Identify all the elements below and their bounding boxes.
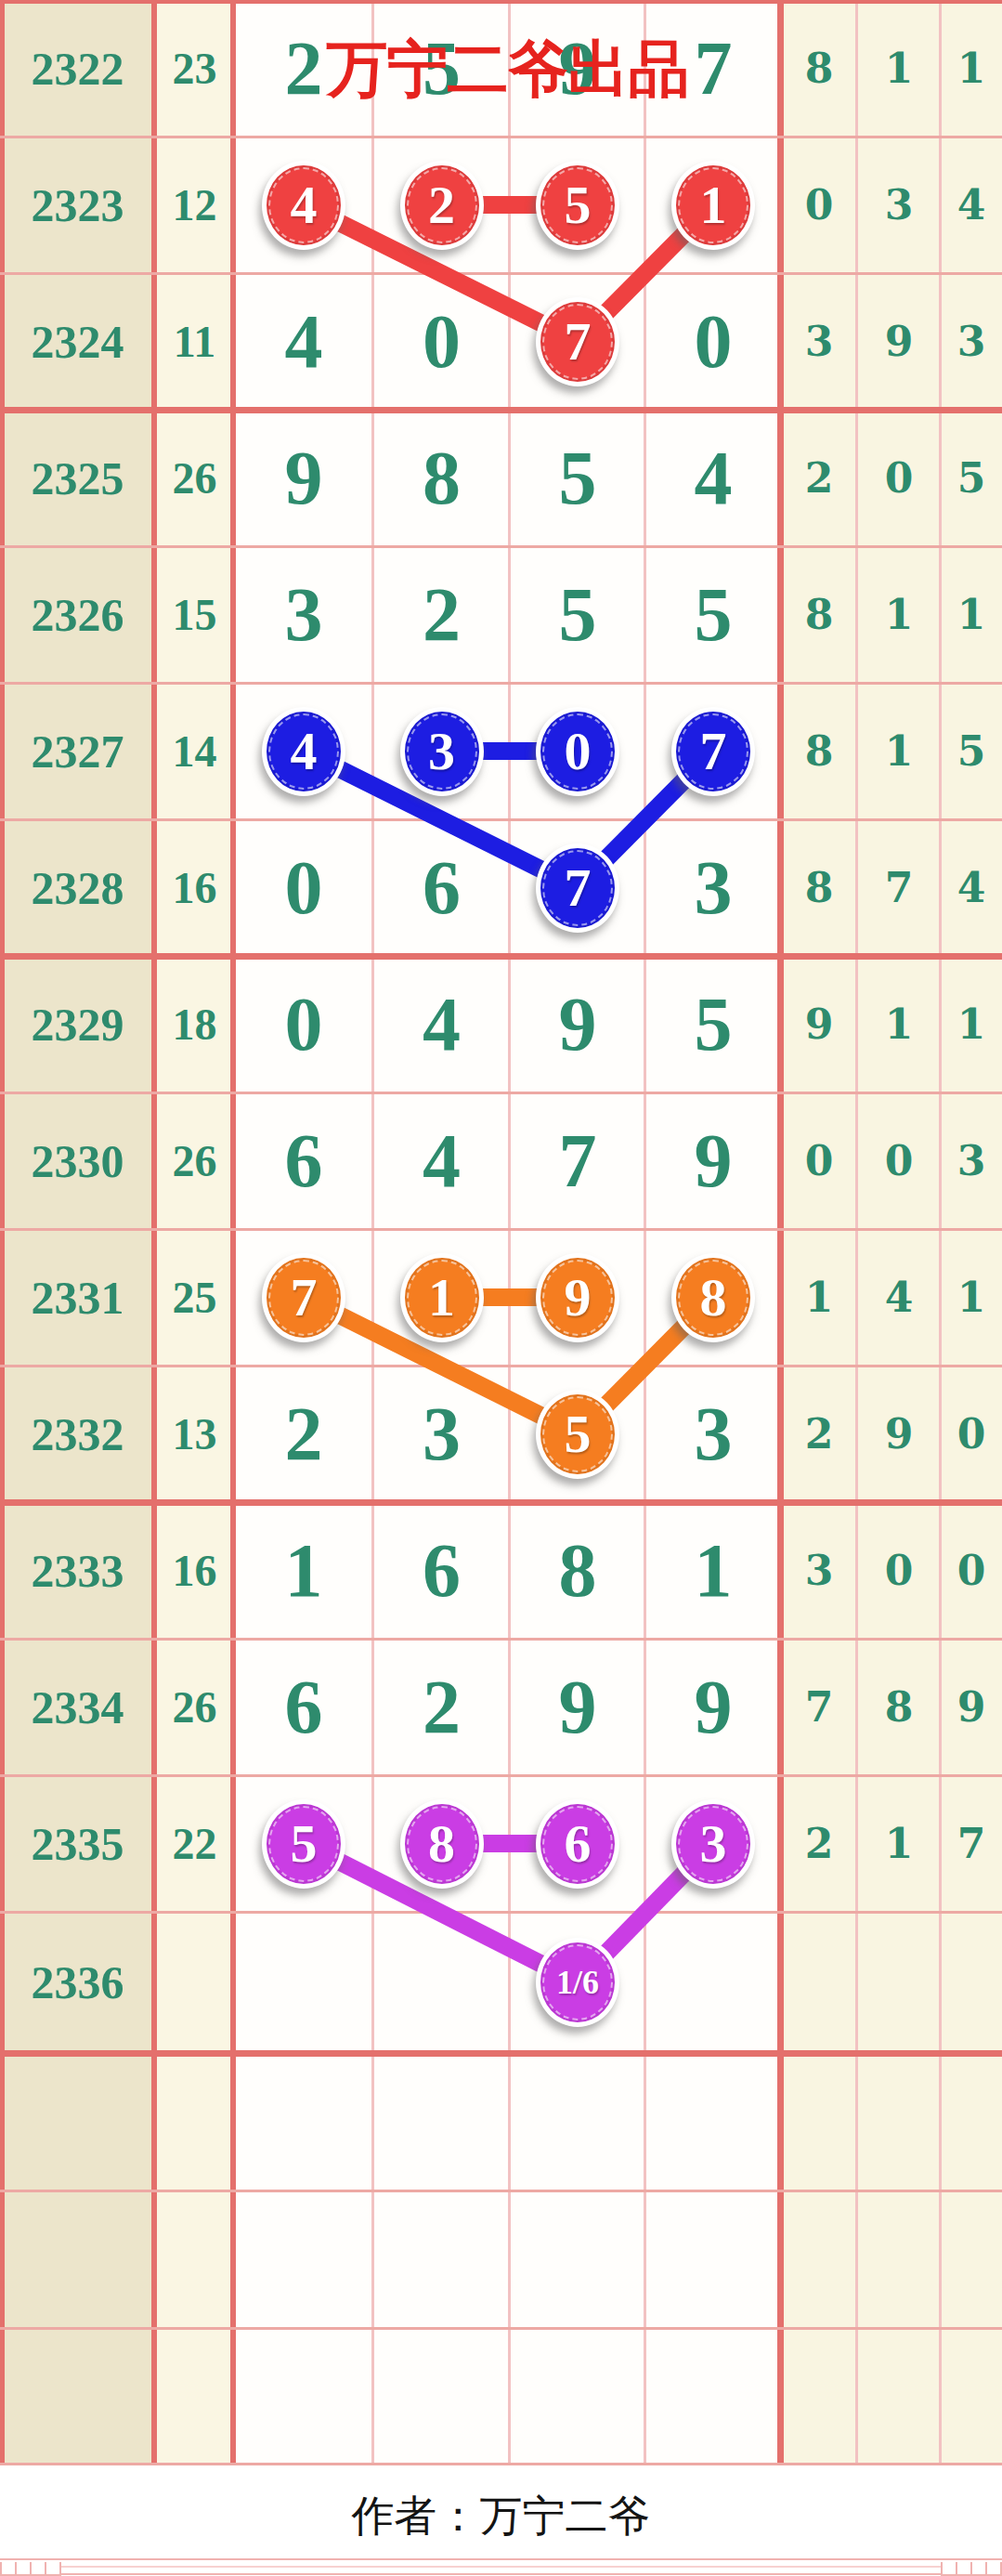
digit-cell: [645, 683, 781, 819]
digit-cell: [234, 137, 373, 273]
right-digit-cell: 1: [857, 0, 941, 137]
digit-cell: 6: [234, 1639, 373, 1775]
bottom-ornament-border: [0, 2558, 1002, 2576]
right-digit-cell: 7: [781, 1639, 857, 1775]
right-digit-cell: 3: [781, 273, 857, 410]
digit-cell: [234, 1229, 373, 1366]
digit-cell: 6: [373, 819, 510, 956]
digit-cell: 0: [234, 956, 373, 1092]
period-cell: 2333: [0, 1502, 155, 1639]
right-digit-cell: 7: [941, 1775, 1002, 1912]
right-digit-cell: [941, 2190, 1002, 2328]
digit-cell: [373, 137, 510, 273]
digit-cell: 3: [234, 546, 373, 683]
digit-cell: [510, 683, 645, 819]
right-digit-cell: 1: [941, 546, 1002, 683]
sum-cell: 16: [155, 1502, 234, 1639]
digit-cell: [373, 1229, 510, 1366]
period-cell: 2324: [0, 273, 155, 410]
right-digit-cell: 3: [781, 1502, 857, 1639]
right-digit-cell: 9: [781, 956, 857, 1092]
digit-cell: [373, 2190, 510, 2328]
sum-cell: 26: [155, 1639, 234, 1775]
digit-cell: [510, 2053, 645, 2190]
period-cell: 2332: [0, 1366, 155, 1502]
right-digit-cell: 1: [941, 956, 1002, 1092]
period-cell: 2330: [0, 1092, 155, 1229]
right-digit-cell: 1: [857, 956, 941, 1092]
period-cell: 2328: [0, 819, 155, 956]
right-digit-cell: [781, 2053, 857, 2190]
right-digit-cell: 7: [857, 819, 941, 956]
ornament-line-bottom: [61, 2573, 941, 2575]
digit-cell: [645, 1229, 781, 1366]
digit-cell: [510, 1912, 645, 2053]
right-digit-cell: 0: [857, 410, 941, 546]
digit-cell: [234, 683, 373, 819]
trend-grid: 2322232597811232312034232411400393232526…: [0, 0, 1002, 2465]
digit-cell: 5: [510, 410, 645, 546]
right-digit-cell: 0: [781, 1092, 857, 1229]
right-digit-cell: [857, 2190, 941, 2328]
right-digit-cell: 9: [857, 273, 941, 410]
digit-cell: 0: [645, 273, 781, 410]
digit-cell: 9: [510, 1639, 645, 1775]
digit-cell: [373, 1775, 510, 1912]
sum-cell: 26: [155, 1092, 234, 1229]
right-digit-cell: 1: [941, 1229, 1002, 1366]
right-digit-cell: 9: [857, 1366, 941, 1502]
sum-cell: 16: [155, 819, 234, 956]
digit-cell: [510, 137, 645, 273]
digit-cell: [510, 2190, 645, 2328]
right-digit-cell: 8: [857, 1639, 941, 1775]
right-digit-cell: [941, 1912, 1002, 2053]
period-cell: 2322: [0, 0, 155, 137]
sum-cell: [155, 2190, 234, 2328]
right-digit-cell: 5: [941, 410, 1002, 546]
digit-cell: 4: [373, 1092, 510, 1229]
right-digit-cell: 2: [781, 1366, 857, 1502]
digit-cell: 4: [645, 410, 781, 546]
right-digit-cell: 0: [941, 1366, 1002, 1502]
period-cell: [0, 2190, 155, 2328]
period-cell: [0, 2053, 155, 2190]
right-digit-cell: 5: [941, 683, 1002, 819]
right-digit-cell: 9: [941, 1639, 1002, 1775]
right-digit-cell: [857, 2053, 941, 2190]
right-digit-cell: 8: [781, 819, 857, 956]
digit-cell: [645, 137, 781, 273]
right-digit-cell: [781, 2328, 857, 2465]
digit-cell: [645, 2328, 781, 2465]
digit-cell: 3: [373, 1366, 510, 1502]
digit-cell: 9: [510, 956, 645, 1092]
digit-cell: [510, 1775, 645, 1912]
right-digit-cell: 1: [857, 683, 941, 819]
sum-cell: 23: [155, 0, 234, 137]
digit-cell: [645, 2190, 781, 2328]
digit-cell: 2: [373, 1639, 510, 1775]
digit-cell: 8: [373, 410, 510, 546]
lottery-trend-chart: 2322232597811232312034232411400393232526…: [0, 0, 1002, 2576]
period-cell: [0, 2328, 155, 2465]
right-digit-cell: 2: [781, 1775, 857, 1912]
right-digit-cell: 8: [781, 546, 857, 683]
digit-cell: 3: [645, 1366, 781, 1502]
period-cell: 2326: [0, 546, 155, 683]
digit-cell: [234, 2190, 373, 2328]
digit-cell: 7: [510, 1092, 645, 1229]
right-digit-cell: 3: [857, 137, 941, 273]
period-cell: 2331: [0, 1229, 155, 1366]
digit-cell: [234, 1775, 373, 1912]
digit-cell: 1: [645, 1502, 781, 1639]
digit-cell: 0: [234, 819, 373, 956]
right-digit-cell: 3: [941, 273, 1002, 410]
right-digit-cell: 1: [781, 1229, 857, 1366]
right-digit-cell: 0: [781, 137, 857, 273]
period-cell: 2325: [0, 410, 155, 546]
right-digit-cell: 1: [857, 1775, 941, 1912]
right-digit-cell: 1: [857, 546, 941, 683]
digit-cell: [234, 2328, 373, 2465]
digit-cell: 5: [645, 546, 781, 683]
right-digit-cell: 2: [781, 410, 857, 546]
sum-cell: [155, 1912, 234, 2053]
right-digit-cell: [781, 2190, 857, 2328]
period-cell: 2334: [0, 1639, 155, 1775]
digit-cell: 8: [510, 1502, 645, 1639]
digit-cell: [645, 2053, 781, 2190]
digit-cell: [645, 1775, 781, 1912]
sum-cell: 11: [155, 273, 234, 410]
digit-cell: [510, 273, 645, 410]
digit-cell: 9: [645, 1092, 781, 1229]
sum-cell: 26: [155, 410, 234, 546]
digit-cell: [373, 2053, 510, 2190]
digit-cell: [373, 2328, 510, 2465]
sum-cell: 14: [155, 683, 234, 819]
digit-cell: [645, 1912, 781, 2053]
sum-cell: [155, 2328, 234, 2465]
right-digit-cell: 8: [781, 683, 857, 819]
digit-cell: 3: [645, 819, 781, 956]
digit-cell: [510, 2328, 645, 2465]
digit-cell: [510, 819, 645, 956]
right-digit-cell: 4: [857, 1229, 941, 1366]
digit-cell: 4: [373, 956, 510, 1092]
right-digit-cell: [941, 2328, 1002, 2465]
period-cell: 2335: [0, 1775, 155, 1912]
right-digit-cell: [781, 1912, 857, 2053]
period-cell: 2323: [0, 137, 155, 273]
sum-cell: 18: [155, 956, 234, 1092]
sum-cell: 12: [155, 137, 234, 273]
right-digit-cell: 3: [941, 1092, 1002, 1229]
digit-cell: 0: [373, 273, 510, 410]
period-cell: 2327: [0, 683, 155, 819]
right-digit-cell: 4: [941, 819, 1002, 956]
sum-cell: 13: [155, 1366, 234, 1502]
author-caption: 作者：万宁二爷: [0, 2488, 1002, 2545]
digit-cell: [234, 2053, 373, 2190]
right-digit-cell: 8: [781, 0, 857, 137]
right-digit-cell: 0: [941, 1502, 1002, 1639]
sum-cell: 15: [155, 546, 234, 683]
right-digit-cell: [857, 2328, 941, 2465]
right-digit-cell: [857, 1912, 941, 2053]
period-cell: 2336: [0, 1912, 155, 2053]
ornament-corner-left: [0, 2562, 61, 2576]
digit-cell: [510, 1366, 645, 1502]
digit-cell: 1: [234, 1502, 373, 1639]
digit-cell: 5: [510, 546, 645, 683]
right-digit-cell: 0: [857, 1092, 941, 1229]
digit-cell: 5: [645, 956, 781, 1092]
right-digit-cell: 4: [941, 137, 1002, 273]
ornament-line-top: [0, 2558, 1002, 2560]
digit-cell: 9: [645, 1639, 781, 1775]
digit-cell: 9: [234, 410, 373, 546]
chart-title: 万宁二爷出品: [234, 28, 781, 111]
digit-cell: 2: [234, 1366, 373, 1502]
digit-cell: 6: [234, 1092, 373, 1229]
ornament-line-middle: [61, 2566, 941, 2568]
digit-cell: 2: [373, 546, 510, 683]
digit-cell: [373, 1912, 510, 2053]
ornament-corner-right: [941, 2562, 1002, 2576]
right-digit-cell: [941, 2053, 1002, 2190]
sum-cell: 25: [155, 1229, 234, 1366]
digit-cell: 4: [234, 273, 373, 410]
sum-cell: 22: [155, 1775, 234, 1912]
sum-cell: [155, 2053, 234, 2190]
period-cell: 2329: [0, 956, 155, 1092]
right-digit-cell: 1: [941, 0, 1002, 137]
right-digit-cell: 0: [857, 1502, 941, 1639]
digit-cell: [234, 1912, 373, 2053]
digit-cell: [373, 683, 510, 819]
digit-cell: 6: [373, 1502, 510, 1639]
digit-cell: [510, 1229, 645, 1366]
